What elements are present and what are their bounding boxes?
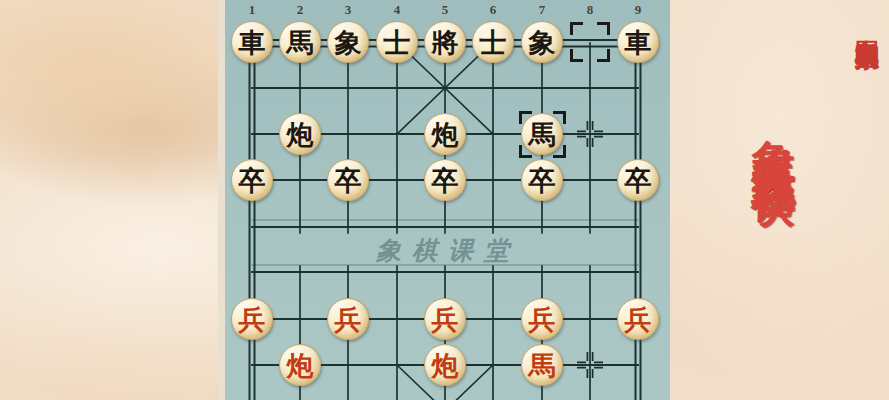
piece-black-advisor[interactable]: 士	[376, 21, 418, 63]
piece-black-horse[interactable]: 馬	[279, 21, 321, 63]
column-label: 7	[534, 2, 550, 18]
series-title: 中国象棋宝典系列	[853, 20, 881, 240]
piece-red-cannon[interactable]: 炮	[279, 344, 321, 386]
piece-black-horse[interactable]: 馬	[521, 113, 563, 155]
column-label: 1	[244, 2, 260, 18]
piece-red-cannon[interactable]: 炮	[424, 344, 466, 386]
piece-red-soldier[interactable]: 兵	[521, 298, 563, 340]
piece-black-soldier[interactable]: 卒	[327, 159, 369, 201]
column-label: 5	[437, 2, 453, 18]
piece-red-horse[interactable]: 馬	[521, 344, 563, 386]
piece-black-chariot[interactable]: 車	[231, 21, 273, 63]
piece-black-elephant[interactable]: 象	[521, 21, 563, 63]
column-label: 2	[292, 2, 308, 18]
piece-black-soldier[interactable]: 卒	[617, 159, 659, 201]
piece-black-cannon[interactable]: 炮	[279, 113, 321, 155]
column-label: 9	[630, 2, 646, 18]
column-label: 6	[485, 2, 501, 18]
piece-black-soldier[interactable]: 卒	[231, 159, 273, 201]
cover-title: 象棋速胜秘诀	[748, 104, 800, 400]
xiangqi-board: 象棋课堂 123456789車馬象士將士象車炮炮馬卒卒卒卒卒兵兵兵兵兵炮炮馬	[218, 0, 670, 400]
piece-black-general[interactable]: 將	[424, 21, 466, 63]
column-label: 4	[389, 2, 405, 18]
piece-black-elephant[interactable]: 象	[327, 21, 369, 63]
piece-black-soldier[interactable]: 卒	[424, 159, 466, 201]
piece-black-soldier[interactable]: 卒	[521, 159, 563, 201]
piece-red-soldier[interactable]: 兵	[327, 298, 369, 340]
board-watermark: 象棋课堂	[376, 234, 520, 267]
column-label: 8	[582, 2, 598, 18]
piece-red-soldier[interactable]: 兵	[231, 298, 273, 340]
piece-red-soldier[interactable]: 兵	[617, 298, 659, 340]
piece-red-soldier[interactable]: 兵	[424, 298, 466, 340]
piece-black-advisor[interactable]: 士	[472, 21, 514, 63]
column-label: 3	[340, 2, 356, 18]
book-cover: 象棋课堂 123456789車馬象士將士象車炮炮馬卒卒卒卒卒兵兵兵兵兵炮炮馬 象…	[0, 0, 889, 400]
piece-black-chariot[interactable]: 車	[617, 21, 659, 63]
piece-black-cannon[interactable]: 炮	[424, 113, 466, 155]
